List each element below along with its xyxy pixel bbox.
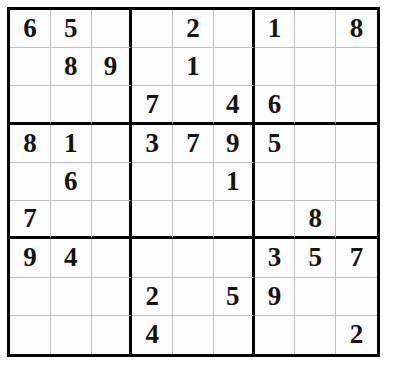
given-digit: 3 [145,130,159,157]
sudoku-board: 6521889174681379561789435725942 [7,7,380,357]
given-digit: 7 [350,244,364,271]
cell-r4c9[interactable] [336,125,377,163]
given-digit: 7 [186,130,200,157]
cell-r4c5[interactable]: 7 [173,125,214,163]
given-digit: 2 [145,283,159,310]
cell-r1c6[interactable] [214,10,255,48]
given-digit: 6 [268,91,282,118]
cell-r1c2[interactable]: 5 [51,10,92,48]
given-digit: 1 [226,168,240,195]
given-digit: 6 [64,168,78,195]
given-digit: 1 [186,53,200,80]
cell-r4c4[interactable]: 3 [132,125,173,163]
cell-r8c1[interactable] [10,278,51,316]
cell-r7c7[interactable]: 3 [255,239,296,277]
cell-r9c7[interactable] [255,316,296,354]
cell-r9c4[interactable]: 4 [132,316,173,354]
cell-r3c5[interactable] [173,86,214,124]
cell-r2c2[interactable]: 8 [51,48,92,86]
cell-r4c6[interactable]: 9 [214,125,255,163]
given-digit: 5 [226,283,240,310]
cell-r5c9[interactable] [336,163,377,201]
cell-r3c3[interactable] [92,86,133,124]
cell-r3c9[interactable] [336,86,377,124]
cell-r8c8[interactable] [295,278,336,316]
cell-r6c9[interactable] [336,201,377,239]
cell-r6c7[interactable] [255,201,296,239]
given-digit: 4 [64,244,78,271]
cell-r8c3[interactable] [92,278,133,316]
given-digit: 5 [309,244,323,271]
cell-r8c6[interactable]: 5 [214,278,255,316]
cell-r1c5[interactable]: 2 [173,10,214,48]
cell-r8c4[interactable]: 2 [132,278,173,316]
cell-r1c3[interactable] [92,10,133,48]
given-digit: 7 [23,205,37,232]
cell-r9c3[interactable] [92,316,133,354]
given-digit: 7 [145,91,159,118]
cell-r7c8[interactable]: 5 [295,239,336,277]
cell-r6c1[interactable]: 7 [10,201,51,239]
cell-r2c8[interactable] [295,48,336,86]
cell-r4c8[interactable] [295,125,336,163]
cell-r6c2[interactable] [51,201,92,239]
given-digit: 6 [23,15,37,42]
cell-r4c2[interactable]: 1 [51,125,92,163]
given-digit: 1 [268,15,282,42]
cell-r5c4[interactable] [132,163,173,201]
cell-r5c2[interactable]: 6 [51,163,92,201]
cell-r8c5[interactable] [173,278,214,316]
cell-r3c1[interactable] [10,86,51,124]
cell-r7c9[interactable]: 7 [336,239,377,277]
cell-r4c3[interactable] [92,125,133,163]
cell-r8c9[interactable] [336,278,377,316]
cell-r2c7[interactable] [255,48,296,86]
cell-r9c8[interactable] [295,316,336,354]
cell-r5c3[interactable] [92,163,133,201]
given-digit: 9 [226,130,240,157]
given-digit: 8 [23,130,37,157]
cell-r1c1[interactable]: 6 [10,10,51,48]
cell-r3c4[interactable]: 7 [132,86,173,124]
cell-r7c4[interactable] [132,239,173,277]
cell-r6c5[interactable] [173,201,214,239]
given-digit: 5 [268,130,282,157]
cell-r1c7[interactable]: 1 [255,10,296,48]
cell-r3c2[interactable] [51,86,92,124]
cell-r2c5[interactable]: 1 [173,48,214,86]
cell-r1c8[interactable] [295,10,336,48]
cell-r7c3[interactable] [92,239,133,277]
cell-r7c5[interactable] [173,239,214,277]
cell-r9c6[interactable] [214,316,255,354]
cell-r6c8[interactable]: 8 [295,201,336,239]
given-digit: 8 [350,15,364,42]
cell-r3c8[interactable] [295,86,336,124]
given-digit: 8 [309,205,323,232]
cell-r6c3[interactable] [92,201,133,239]
cell-r4c1[interactable]: 8 [10,125,51,163]
given-digit: 9 [23,244,37,271]
sudoku-page: 6521889174681379561789435725942 [0,0,396,374]
cell-r6c4[interactable] [132,201,173,239]
given-digit: 1 [64,130,78,157]
given-digit: 5 [64,15,78,42]
cell-r4c7[interactable]: 5 [255,125,296,163]
cell-r5c8[interactable] [295,163,336,201]
cell-r1c4[interactable] [132,10,173,48]
cell-r9c9[interactable]: 2 [336,316,377,354]
given-digit: 9 [104,53,118,80]
cell-r3c7[interactable]: 6 [255,86,296,124]
cell-r5c7[interactable] [255,163,296,201]
given-digit: 2 [186,15,200,42]
cell-r2c1[interactable] [10,48,51,86]
cell-r9c2[interactable] [51,316,92,354]
given-digit: 8 [64,53,78,80]
cell-r5c5[interactable] [173,163,214,201]
given-digit: 4 [226,91,240,118]
cell-r9c5[interactable] [173,316,214,354]
given-digit: 9 [268,283,282,310]
cell-r6c6[interactable] [214,201,255,239]
cell-r2c4[interactable] [132,48,173,86]
cell-r2c9[interactable] [336,48,377,86]
cell-r9c1[interactable] [10,316,51,354]
cell-r7c1[interactable]: 9 [10,239,51,277]
cell-r5c1[interactable] [10,163,51,201]
given-digit: 4 [145,321,159,348]
given-digit: 2 [350,321,364,348]
cell-r7c2[interactable]: 4 [51,239,92,277]
cell-r1c9[interactable]: 8 [336,10,377,48]
cell-r7c6[interactable] [214,239,255,277]
cell-r2c6[interactable] [214,48,255,86]
cell-r8c2[interactable] [51,278,92,316]
cell-r8c7[interactable]: 9 [255,278,296,316]
cell-r2c3[interactable]: 9 [92,48,133,86]
given-digit: 3 [268,244,282,271]
cell-r5c6[interactable]: 1 [214,163,255,201]
cell-r3c6[interactable]: 4 [214,86,255,124]
